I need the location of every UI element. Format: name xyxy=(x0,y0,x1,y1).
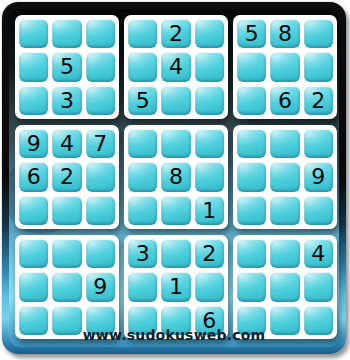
sudoku-box-1-2: 245 xyxy=(124,15,228,119)
cell-r5c6[interactable] xyxy=(195,162,224,191)
cell-r3c7[interactable] xyxy=(237,86,266,115)
cell-r2c7[interactable] xyxy=(237,52,266,81)
cell-r1c6[interactable] xyxy=(195,19,224,48)
cell-r4c6[interactable] xyxy=(195,129,224,158)
cell-r4c1[interactable]: 9 xyxy=(19,129,48,158)
sudoku-box-3-1: 9 xyxy=(15,235,119,339)
cell-r2c3[interactable] xyxy=(86,52,115,81)
sudoku-box-2-1: 94762 xyxy=(15,125,119,229)
cell-r7c7[interactable] xyxy=(237,239,266,268)
cell-r4c9[interactable] xyxy=(304,129,333,158)
cell-r6c6[interactable]: 1 xyxy=(195,196,224,225)
cell-r6c3[interactable] xyxy=(86,196,115,225)
cell-r5c8[interactable] xyxy=(270,162,299,191)
cell-r8c9[interactable] xyxy=(304,272,333,301)
cell-r8c5[interactable]: 1 xyxy=(161,272,190,301)
cell-r2c1[interactable] xyxy=(19,52,48,81)
cell-r3c9[interactable]: 2 xyxy=(304,86,333,115)
sudoku-box-1-3: 5862 xyxy=(233,15,337,119)
cell-r2c6[interactable] xyxy=(195,52,224,81)
cell-r2c5[interactable]: 4 xyxy=(161,52,190,81)
cell-r4c5[interactable] xyxy=(161,129,190,158)
cell-r1c1[interactable] xyxy=(19,19,48,48)
cell-r7c4[interactable]: 3 xyxy=(128,239,157,268)
cell-r2c9[interactable] xyxy=(304,52,333,81)
cell-r1c3[interactable] xyxy=(86,19,115,48)
cell-r6c4[interactable] xyxy=(128,196,157,225)
cell-r8c3[interactable]: 9 xyxy=(86,272,115,301)
cell-r3c1[interactable] xyxy=(19,86,48,115)
cell-r3c3[interactable] xyxy=(86,86,115,115)
cell-r6c2[interactable] xyxy=(52,196,81,225)
cell-r4c3[interactable]: 7 xyxy=(86,129,115,158)
cell-r6c7[interactable] xyxy=(237,196,266,225)
cell-r1c2[interactable] xyxy=(52,19,81,48)
cell-r8c8[interactable] xyxy=(270,272,299,301)
cell-r6c8[interactable] xyxy=(270,196,299,225)
cell-r8c7[interactable] xyxy=(237,272,266,301)
cell-r4c2[interactable]: 4 xyxy=(52,129,81,158)
cell-r8c2[interactable] xyxy=(52,272,81,301)
sudoku-box-1-1: 53 xyxy=(15,15,119,119)
cell-r7c3[interactable] xyxy=(86,239,115,268)
cell-r7c5[interactable] xyxy=(161,239,190,268)
board-background: 53245586294762819932164 www.sudokusweb.c… xyxy=(9,9,339,347)
cell-r6c9[interactable] xyxy=(304,196,333,225)
cell-r7c2[interactable] xyxy=(52,239,81,268)
cell-r7c6[interactable]: 2 xyxy=(195,239,224,268)
cell-r2c8[interactable] xyxy=(270,52,299,81)
cell-r8c1[interactable] xyxy=(19,272,48,301)
cell-r5c7[interactable] xyxy=(237,162,266,191)
cell-r2c4[interactable] xyxy=(128,52,157,81)
cell-r1c8[interactable]: 8 xyxy=(270,19,299,48)
cell-r5c4[interactable] xyxy=(128,162,157,191)
cell-r5c2[interactable]: 2 xyxy=(52,162,81,191)
sudoku-grid: 53245586294762819932164 xyxy=(15,15,337,339)
cell-r4c7[interactable] xyxy=(237,129,266,158)
cell-r4c4[interactable] xyxy=(128,129,157,158)
cell-r4c8[interactable] xyxy=(270,129,299,158)
sudoku-box-2-3: 9 xyxy=(233,125,337,229)
cell-r7c1[interactable] xyxy=(19,239,48,268)
cell-r5c1[interactable]: 6 xyxy=(19,162,48,191)
cell-r6c1[interactable] xyxy=(19,196,48,225)
cell-r7c8[interactable] xyxy=(270,239,299,268)
cell-r7c9[interactable]: 4 xyxy=(304,239,333,268)
cell-r3c8[interactable]: 6 xyxy=(270,86,299,115)
cell-r3c2[interactable]: 3 xyxy=(52,86,81,115)
sudoku-box-3-3: 4 xyxy=(233,235,337,339)
sudoku-box-3-2: 3216 xyxy=(124,235,228,339)
page: 53245586294762819932164 www.sudokusweb.c… xyxy=(0,0,350,360)
cell-r8c4[interactable] xyxy=(128,272,157,301)
cell-r1c9[interactable] xyxy=(304,19,333,48)
cell-r2c2[interactable]: 5 xyxy=(52,52,81,81)
cell-r1c5[interactable]: 2 xyxy=(161,19,190,48)
cell-r1c4[interactable] xyxy=(128,19,157,48)
cell-r5c3[interactable] xyxy=(86,162,115,191)
cell-r6c5[interactable] xyxy=(161,196,190,225)
site-url[interactable]: www.sudokusweb.com xyxy=(9,327,339,343)
sudoku-board: 53245586294762819932164 www.sudokusweb.c… xyxy=(2,2,346,354)
sudoku-box-2-2: 81 xyxy=(124,125,228,229)
cell-r5c5[interactable]: 8 xyxy=(161,162,190,191)
cell-r3c6[interactable] xyxy=(195,86,224,115)
cell-r1c7[interactable]: 5 xyxy=(237,19,266,48)
cell-r5c9[interactable]: 9 xyxy=(304,162,333,191)
cell-r8c6[interactable] xyxy=(195,272,224,301)
cell-r3c5[interactable] xyxy=(161,86,190,115)
cell-r3c4[interactable]: 5 xyxy=(128,86,157,115)
